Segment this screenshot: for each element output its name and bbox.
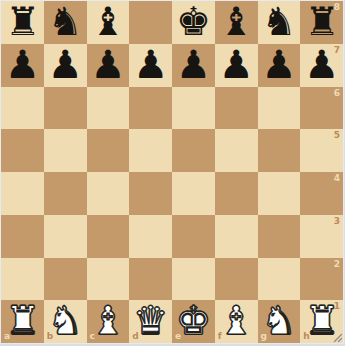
square-d7[interactable]: ♟ <box>129 44 172 87</box>
square-d1[interactable]: ♛d <box>129 300 172 343</box>
square-h7[interactable]: ♟7 <box>300 44 343 87</box>
square-d8[interactable] <box>129 1 172 44</box>
resize-grip-icon <box>331 331 343 343</box>
square-c1[interactable]: ♝c <box>87 300 130 343</box>
square-h4[interactable]: 4 <box>300 172 343 215</box>
square-h5[interactable]: 5 <box>300 129 343 172</box>
square-b2[interactable] <box>44 258 87 301</box>
black-bishop[interactable]: ♝ <box>90 2 125 41</box>
square-f1[interactable]: ♝f <box>215 300 258 343</box>
square-e1[interactable]: ♚e <box>172 300 215 343</box>
square-e5[interactable] <box>172 129 215 172</box>
square-b6[interactable] <box>44 87 87 130</box>
square-c2[interactable] <box>87 258 130 301</box>
square-a7[interactable]: ♟ <box>1 44 44 87</box>
square-d3[interactable] <box>129 215 172 258</box>
rank-label-5: 5 <box>334 131 340 140</box>
black-pawn[interactable]: ♟ <box>133 45 168 84</box>
black-pawn[interactable]: ♟ <box>5 45 40 84</box>
square-c8[interactable]: ♝ <box>87 1 130 44</box>
black-pawn[interactable]: ♟ <box>304 45 339 84</box>
square-e7[interactable]: ♟ <box>172 44 215 87</box>
square-b1[interactable]: ♞b <box>44 300 87 343</box>
square-h8[interactable]: ♜8 <box>300 1 343 44</box>
square-a2[interactable] <box>1 258 44 301</box>
square-f8[interactable]: ♝ <box>215 1 258 44</box>
square-b4[interactable] <box>44 172 87 215</box>
rank-label-3: 3 <box>334 217 340 226</box>
square-b3[interactable] <box>44 215 87 258</box>
square-g3[interactable] <box>258 215 301 258</box>
black-pawn[interactable]: ♟ <box>176 45 211 84</box>
square-h6[interactable]: 6 <box>300 87 343 130</box>
square-f7[interactable]: ♟ <box>215 44 258 87</box>
white-bishop[interactable]: ♝ <box>90 301 125 340</box>
black-king[interactable]: ♚ <box>176 2 211 41</box>
square-a1[interactable]: ♜a <box>1 300 44 343</box>
black-pawn[interactable]: ♟ <box>90 45 125 84</box>
square-c6[interactable] <box>87 87 130 130</box>
square-b7[interactable]: ♟ <box>44 44 87 87</box>
chess-board: ♜♞♝♚♝♞♜8♟♟♟♟♟♟♟♟765432♜a♞b♝c♛d♚e♝f♞g♜1h <box>1 1 343 343</box>
square-g6[interactable] <box>258 87 301 130</box>
square-f6[interactable] <box>215 87 258 130</box>
white-rook[interactable]: ♜ <box>5 301 40 340</box>
square-d4[interactable] <box>129 172 172 215</box>
white-knight[interactable]: ♞ <box>48 301 83 340</box>
square-d6[interactable] <box>129 87 172 130</box>
square-c3[interactable] <box>87 215 130 258</box>
square-d2[interactable] <box>129 258 172 301</box>
square-g5[interactable] <box>258 129 301 172</box>
square-g8[interactable]: ♞ <box>258 1 301 44</box>
black-bishop[interactable]: ♝ <box>219 2 254 41</box>
square-f4[interactable] <box>215 172 258 215</box>
square-h2[interactable]: 2 <box>300 258 343 301</box>
square-g2[interactable] <box>258 258 301 301</box>
square-g1[interactable]: ♞g <box>258 300 301 343</box>
black-knight[interactable]: ♞ <box>48 2 83 41</box>
square-a6[interactable] <box>1 87 44 130</box>
square-c4[interactable] <box>87 172 130 215</box>
square-b8[interactable]: ♞ <box>44 1 87 44</box>
square-e8[interactable]: ♚ <box>172 1 215 44</box>
white-knight[interactable]: ♞ <box>261 301 296 340</box>
black-rook[interactable]: ♜ <box>5 2 40 41</box>
square-f3[interactable] <box>215 215 258 258</box>
rank-label-4: 4 <box>334 174 340 183</box>
rank-label-6: 6 <box>334 89 340 98</box>
white-king[interactable]: ♚ <box>176 301 211 340</box>
square-c7[interactable]: ♟ <box>87 44 130 87</box>
white-queen[interactable]: ♛ <box>133 301 168 340</box>
square-b5[interactable] <box>44 129 87 172</box>
page: ♜♞♝♚♝♞♜8♟♟♟♟♟♟♟♟765432♜a♞b♝c♛d♚e♝f♞g♜1h <box>0 0 345 346</box>
square-a5[interactable] <box>1 129 44 172</box>
black-pawn[interactable]: ♟ <box>48 45 83 84</box>
board-resize-handle[interactable] <box>331 331 343 343</box>
square-a4[interactable] <box>1 172 44 215</box>
square-g7[interactable]: ♟ <box>258 44 301 87</box>
square-e6[interactable] <box>172 87 215 130</box>
black-pawn[interactable]: ♟ <box>261 45 296 84</box>
black-rook[interactable]: ♜ <box>304 2 339 41</box>
square-a8[interactable]: ♜ <box>1 1 44 44</box>
square-f2[interactable] <box>215 258 258 301</box>
square-g4[interactable] <box>258 172 301 215</box>
square-d5[interactable] <box>129 129 172 172</box>
square-c5[interactable] <box>87 129 130 172</box>
square-e3[interactable] <box>172 215 215 258</box>
rank-label-2: 2 <box>334 260 340 269</box>
black-knight[interactable]: ♞ <box>261 2 296 41</box>
square-e2[interactable] <box>172 258 215 301</box>
square-f5[interactable] <box>215 129 258 172</box>
black-pawn[interactable]: ♟ <box>219 45 254 84</box>
white-bishop[interactable]: ♝ <box>219 301 254 340</box>
square-a3[interactable] <box>1 215 44 258</box>
square-e4[interactable] <box>172 172 215 215</box>
square-h3[interactable]: 3 <box>300 215 343 258</box>
